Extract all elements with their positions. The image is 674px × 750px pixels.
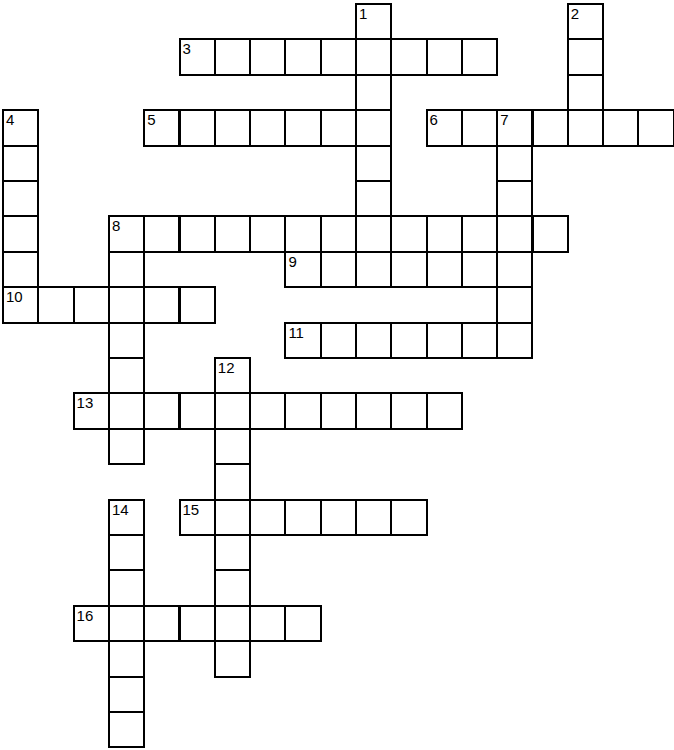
- crossword-cell[interactable]: 6: [426, 109, 463, 146]
- crossword-cell[interactable]: [426, 392, 463, 429]
- crossword-cell[interactable]: [426, 251, 463, 288]
- crossword-cell[interactable]: [496, 322, 533, 359]
- crossword-cell[interactable]: [214, 109, 251, 146]
- crossword-cell[interactable]: [567, 109, 604, 146]
- crossword-cell[interactable]: [108, 322, 145, 359]
- crossword-cell[interactable]: 7: [496, 109, 533, 146]
- crossword-cell[interactable]: [108, 605, 145, 642]
- crossword-cell[interactable]: [532, 109, 569, 146]
- crossword-board: 12345678910111213141516: [0, 0, 674, 750]
- crossword-cell[interactable]: [461, 38, 498, 75]
- crossword-cell[interactable]: [637, 109, 674, 146]
- crossword-cell[interactable]: [284, 38, 321, 75]
- crossword-cell[interactable]: [426, 38, 463, 75]
- crossword-cell[interactable]: [214, 428, 251, 465]
- crossword-cell[interactable]: [390, 322, 427, 359]
- crossword-cell[interactable]: [284, 499, 321, 536]
- clue-number: 2: [571, 5, 579, 22]
- crossword-cell[interactable]: [320, 38, 357, 75]
- crossword-cell[interactable]: [249, 38, 286, 75]
- clue-number: 11: [288, 324, 304, 341]
- crossword-cell[interactable]: [390, 215, 427, 252]
- crossword-cell[interactable]: [355, 109, 392, 146]
- crossword-cell[interactable]: [355, 499, 392, 536]
- crossword-cell[interactable]: 5: [143, 109, 180, 146]
- crossword-cell[interactable]: [179, 605, 216, 642]
- crossword-cell[interactable]: [320, 322, 357, 359]
- crossword-cell[interactable]: [179, 286, 216, 323]
- clue-number: 8: [112, 217, 120, 234]
- crossword-cell[interactable]: [284, 392, 321, 429]
- crossword-cell[interactable]: [143, 215, 180, 252]
- crossword-cell[interactable]: [249, 499, 286, 536]
- clue-number: 16: [77, 607, 94, 624]
- crossword-cell[interactable]: [426, 215, 463, 252]
- crossword-cell[interactable]: [37, 286, 74, 323]
- clue-number: 1: [359, 5, 367, 22]
- crossword-cell[interactable]: [179, 215, 216, 252]
- crossword-cell[interactable]: [214, 534, 251, 571]
- crossword-cell[interactable]: [355, 145, 392, 182]
- crossword-cell[interactable]: 4: [2, 109, 39, 146]
- crossword-cell[interactable]: [320, 499, 357, 536]
- crossword-cell[interactable]: [284, 109, 321, 146]
- crossword-cell[interactable]: [143, 392, 180, 429]
- crossword-cell[interactable]: [249, 215, 286, 252]
- crossword-cell[interactable]: [179, 109, 216, 146]
- clue-number: 3: [183, 40, 191, 57]
- crossword-cell[interactable]: [2, 180, 39, 217]
- crossword-cell[interactable]: [108, 392, 145, 429]
- crossword-cell[interactable]: [355, 215, 392, 252]
- crossword-cell[interactable]: 14: [108, 499, 145, 536]
- crossword-cell[interactable]: [179, 392, 216, 429]
- crossword-cell[interactable]: [461, 215, 498, 252]
- crossword-cell[interactable]: [355, 322, 392, 359]
- crossword-cell[interactable]: 8: [108, 215, 145, 252]
- crossword-cell[interactable]: [249, 605, 286, 642]
- clue-number: 4: [6, 111, 14, 128]
- crossword-cell[interactable]: [355, 38, 392, 75]
- crossword-cell[interactable]: [461, 251, 498, 288]
- crossword-cell[interactable]: [73, 286, 110, 323]
- crossword-cell[interactable]: 15: [179, 499, 216, 536]
- crossword-cell[interactable]: [390, 499, 427, 536]
- crossword-cell[interactable]: 9: [284, 251, 321, 288]
- crossword-cell[interactable]: [567, 38, 604, 75]
- crossword-cell[interactable]: [108, 251, 145, 288]
- crossword-cell[interactable]: [214, 499, 251, 536]
- crossword-cell[interactable]: [108, 569, 145, 606]
- crossword-cell[interactable]: [461, 109, 498, 146]
- clue-number: 6: [430, 111, 438, 128]
- crossword-cell[interactable]: 12: [214, 357, 251, 394]
- crossword-cell[interactable]: [355, 392, 392, 429]
- crossword-cell[interactable]: [496, 180, 533, 217]
- crossword-cell[interactable]: [390, 38, 427, 75]
- crossword-cell[interactable]: 10: [2, 286, 39, 323]
- crossword-cell[interactable]: [2, 145, 39, 182]
- crossword-cell[interactable]: [390, 251, 427, 288]
- crossword-cell[interactable]: [532, 215, 569, 252]
- crossword-cell[interactable]: [108, 711, 145, 748]
- crossword-cell[interactable]: [143, 286, 180, 323]
- crossword-cell[interactable]: [602, 109, 639, 146]
- crossword-cell[interactable]: [355, 251, 392, 288]
- crossword-cell[interactable]: [284, 605, 321, 642]
- crossword-cell[interactable]: 2: [567, 3, 604, 40]
- crossword-cell[interactable]: 13: [73, 392, 110, 429]
- crossword-cell[interactable]: [249, 109, 286, 146]
- crossword-cell[interactable]: [496, 215, 533, 252]
- crossword-cell[interactable]: [567, 74, 604, 111]
- crossword-cell[interactable]: [320, 109, 357, 146]
- crossword-cell[interactable]: [108, 534, 145, 571]
- crossword-cell[interactable]: 1: [355, 3, 392, 40]
- crossword-cell[interactable]: [284, 215, 321, 252]
- crossword-cell[interactable]: [108, 357, 145, 394]
- clue-number: 15: [183, 501, 200, 518]
- crossword-cell[interactable]: [108, 676, 145, 713]
- crossword-cell[interactable]: 16: [73, 605, 110, 642]
- clue-number: 7: [500, 111, 508, 128]
- clue-number: 12: [218, 359, 235, 376]
- crossword-cell[interactable]: [214, 38, 251, 75]
- crossword-cell[interactable]: [355, 74, 392, 111]
- crossword-cell[interactable]: [320, 392, 357, 429]
- crossword-cell[interactable]: [108, 640, 145, 677]
- crossword-cell[interactable]: [214, 215, 251, 252]
- crossword-cell[interactable]: 11: [284, 322, 321, 359]
- crossword-cell[interactable]: 3: [179, 38, 216, 75]
- crossword-cell[interactable]: [2, 251, 39, 288]
- crossword-cell[interactable]: [496, 251, 533, 288]
- crossword-cell[interactable]: [214, 569, 251, 606]
- crossword-cell[interactable]: [214, 640, 251, 677]
- clue-number: 5: [147, 111, 155, 128]
- crossword-cell[interactable]: [249, 392, 286, 429]
- crossword-cell[interactable]: [320, 251, 357, 288]
- crossword-cell[interactable]: [355, 180, 392, 217]
- crossword-cell[interactable]: [390, 392, 427, 429]
- crossword-cell[interactable]: [108, 286, 145, 323]
- crossword-cell[interactable]: [496, 286, 533, 323]
- clue-number: 13: [77, 394, 94, 411]
- clue-number: 10: [6, 288, 23, 305]
- crossword-cell[interactable]: [214, 392, 251, 429]
- crossword-cell[interactable]: [214, 463, 251, 500]
- crossword-cell[interactable]: [108, 428, 145, 465]
- crossword-cell[interactable]: [461, 322, 498, 359]
- clue-number: 14: [112, 501, 129, 518]
- crossword-cell[interactable]: [320, 215, 357, 252]
- crossword-cell[interactable]: [214, 605, 251, 642]
- clue-number: 9: [288, 253, 296, 270]
- crossword-cell[interactable]: [496, 145, 533, 182]
- crossword-cell[interactable]: [2, 215, 39, 252]
- crossword-cell[interactable]: [143, 605, 180, 642]
- crossword-cell[interactable]: [426, 322, 463, 359]
